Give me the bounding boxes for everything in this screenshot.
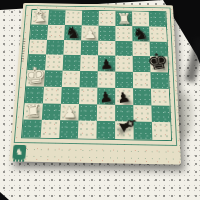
square-h4[interactable] (150, 72, 168, 88)
square-a2[interactable]: ♜ (23, 103, 42, 120)
square-h2[interactable] (151, 105, 170, 122)
square-b8[interactable] (48, 10, 66, 25)
square-g1[interactable] (133, 122, 152, 140)
square-h1[interactable] (152, 122, 171, 140)
square-c1[interactable] (59, 120, 78, 138)
square-h5[interactable]: ♚ (150, 56, 168, 72)
piece-white-rook[interactable]: ♜ (116, 11, 132, 26)
square-d4[interactable] (80, 71, 98, 87)
square-d1[interactable] (78, 121, 97, 139)
square-h8[interactable] (149, 12, 166, 27)
square-c7[interactable]: ♞ (64, 25, 82, 40)
board-grid: ♝♜♞♟♞♟♚♚♟♟♜♟♝ (21, 9, 172, 141)
square-c3[interactable] (61, 87, 80, 104)
square-d7[interactable]: ♟ (81, 25, 98, 40)
knight-logo-icon: ♞ (12, 145, 26, 160)
square-h7[interactable] (149, 26, 167, 41)
board-edge-brand-text (21, 39, 26, 62)
square-f1[interactable]: ♝ (115, 121, 134, 139)
square-f3[interactable]: ♟ (115, 88, 133, 105)
piece-black-knight[interactable]: ♞ (130, 24, 149, 42)
piece-black-pawn[interactable]: ♟ (115, 89, 131, 105)
square-e7[interactable] (98, 25, 115, 40)
piece-black-pawn[interactable]: ♟ (99, 58, 114, 72)
square-f5[interactable] (115, 56, 133, 72)
photo-stage: ♝♜♞♟♞♟♚♚♟♟♜♟♝ ♞ (0, 0, 200, 200)
square-e2[interactable] (97, 104, 115, 121)
chess-board: ♝♜♞♟♞♟♚♚♟♟♜♟♝ ♞ (9, 3, 181, 165)
piece-black-knight[interactable]: ♞ (64, 24, 81, 41)
square-g3[interactable] (133, 88, 151, 105)
piece-black-king[interactable]: ♚ (145, 50, 170, 74)
square-d3[interactable] (79, 87, 97, 104)
square-g7[interactable]: ♞ (132, 26, 149, 41)
square-a8[interactable]: ♝ (31, 10, 49, 25)
square-f4[interactable] (115, 72, 133, 88)
square-e5[interactable]: ♟ (98, 56, 116, 72)
square-f7[interactable] (115, 26, 132, 41)
square-e3[interactable]: ♟ (97, 87, 115, 104)
square-d2[interactable] (78, 104, 97, 121)
piece-white-bishop[interactable]: ♝ (29, 6, 49, 26)
square-a4[interactable]: ♚ (26, 70, 45, 86)
square-d6[interactable] (81, 40, 99, 56)
square-b6[interactable] (46, 39, 64, 55)
square-d5[interactable] (80, 55, 98, 71)
square-b1[interactable] (41, 120, 60, 138)
square-e1[interactable] (96, 121, 115, 139)
square-c2[interactable]: ♟ (60, 103, 79, 120)
piece-white-king[interactable]: ♚ (23, 63, 46, 87)
square-c5[interactable] (63, 55, 81, 71)
knight-logo-glyph: ♞ (15, 148, 24, 157)
piece-white-rook[interactable]: ♜ (24, 102, 41, 120)
square-f6[interactable] (115, 41, 132, 57)
square-e6[interactable] (98, 40, 115, 56)
square-a7[interactable] (30, 24, 48, 39)
square-b5[interactable] (45, 55, 63, 71)
square-b3[interactable] (43, 86, 62, 103)
square-g4[interactable] (133, 72, 151, 88)
square-c4[interactable] (62, 71, 80, 87)
emblem-caption-marks (13, 159, 24, 161)
square-c6[interactable] (63, 40, 81, 56)
piece-white-pawn[interactable]: ♟ (62, 106, 76, 121)
square-h3[interactable] (151, 88, 170, 105)
square-a1[interactable] (22, 120, 42, 138)
piece-black-pawn[interactable]: ♟ (98, 89, 113, 105)
square-d8[interactable] (82, 11, 99, 26)
square-b2[interactable] (42, 103, 61, 120)
square-f8[interactable]: ♜ (115, 11, 132, 26)
square-b7[interactable] (47, 25, 65, 40)
square-b4[interactable] (44, 70, 63, 86)
square-e8[interactable] (99, 11, 116, 26)
piece-white-pawn[interactable]: ♟ (83, 27, 96, 40)
square-a6[interactable] (29, 39, 47, 55)
square-e4[interactable] (97, 71, 115, 87)
